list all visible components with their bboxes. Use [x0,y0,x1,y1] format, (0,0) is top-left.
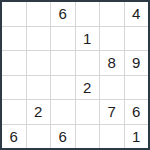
cell-r4c4[interactable]: 2 [76,76,100,100]
cell-r5c3[interactable] [51,100,75,124]
cell-r4c2[interactable] [27,76,51,100]
cell-r6c2[interactable] [27,125,51,149]
cell-r4c6[interactable] [125,76,149,100]
cell-r3c6[interactable]: 9 [125,51,149,75]
cell-r5c1[interactable] [2,100,26,124]
cell-r2c3[interactable] [51,27,75,51]
cell-r1c1[interactable] [2,2,26,26]
cell-r2c1[interactable] [2,27,26,51]
cell-r2c5[interactable] [100,27,124,51]
sudoku-grid: 641892276661 [2,2,148,148]
cell-r2c6[interactable] [125,27,149,51]
cell-r4c1[interactable] [2,76,26,100]
cell-r3c4[interactable] [76,51,100,75]
cell-r1c2[interactable] [27,2,51,26]
cell-r6c5[interactable] [100,125,124,149]
sudoku-board: 641892276661 [0,0,150,150]
cell-r1c4[interactable] [76,2,100,26]
cell-r3c1[interactable] [2,51,26,75]
cell-r2c4[interactable]: 1 [76,27,100,51]
cell-r6c6[interactable]: 1 [125,125,149,149]
cell-r5c4[interactable] [76,100,100,124]
cell-r1c3[interactable]: 6 [51,2,75,26]
cell-r3c5[interactable]: 8 [100,51,124,75]
cell-r5c5[interactable]: 7 [100,100,124,124]
cell-r5c6[interactable]: 6 [125,100,149,124]
cell-r4c5[interactable] [100,76,124,100]
cell-r6c4[interactable] [76,125,100,149]
cell-r4c3[interactable] [51,76,75,100]
cell-r6c1[interactable]: 6 [2,125,26,149]
cell-r1c5[interactable] [100,2,124,26]
cell-r1c6[interactable]: 4 [125,2,149,26]
cell-r3c3[interactable] [51,51,75,75]
cell-r2c2[interactable] [27,27,51,51]
cell-r3c2[interactable] [27,51,51,75]
cell-r5c2[interactable]: 2 [27,100,51,124]
cell-r6c3[interactable]: 6 [51,125,75,149]
